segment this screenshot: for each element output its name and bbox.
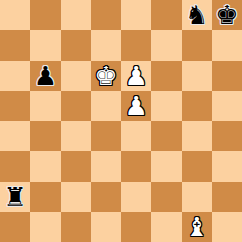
square-b8[interactable] (30, 0, 60, 30)
square-c4[interactable] (61, 121, 91, 151)
square-a1[interactable] (0, 212, 30, 242)
square-f5[interactable] (151, 91, 181, 121)
square-a7[interactable] (0, 30, 30, 60)
square-g7[interactable] (182, 30, 212, 60)
square-e3[interactable] (121, 151, 151, 181)
square-a3[interactable] (0, 151, 30, 181)
square-d6[interactable]: ♚ (91, 61, 121, 91)
square-b5[interactable] (30, 91, 60, 121)
piece-white-bishop[interactable]: ♝ (185, 214, 208, 240)
square-e8[interactable] (121, 0, 151, 30)
square-b2[interactable] (30, 182, 60, 212)
square-g5[interactable] (182, 91, 212, 121)
piece-black-knight[interactable]: ♞ (185, 2, 208, 28)
piece-white-king[interactable]: ♚ (94, 63, 117, 89)
square-b7[interactable] (30, 30, 60, 60)
square-h1[interactable] (212, 212, 242, 242)
square-a6[interactable] (0, 61, 30, 91)
square-h7[interactable] (212, 30, 242, 60)
square-g2[interactable] (182, 182, 212, 212)
square-f4[interactable] (151, 121, 181, 151)
square-b6[interactable]: ♟ (30, 61, 60, 91)
square-h4[interactable] (212, 121, 242, 151)
square-c7[interactable] (61, 30, 91, 60)
piece-white-pawn[interactable]: ♟ (124, 93, 147, 119)
square-f7[interactable] (151, 30, 181, 60)
square-g8[interactable]: ♞ (182, 0, 212, 30)
square-a4[interactable] (0, 121, 30, 151)
square-e4[interactable] (121, 121, 151, 151)
piece-black-rook[interactable]: ♜ (3, 184, 26, 210)
square-h3[interactable] (212, 151, 242, 181)
square-c6[interactable] (61, 61, 91, 91)
square-c8[interactable] (61, 0, 91, 30)
square-c3[interactable] (61, 151, 91, 181)
square-e1[interactable] (121, 212, 151, 242)
chess-board: ♞♚♟♚♟♟♜♝ (0, 0, 242, 242)
square-d7[interactable] (91, 30, 121, 60)
piece-white-pawn[interactable]: ♟ (124, 63, 147, 89)
square-h8[interactable]: ♚ (212, 0, 242, 30)
square-d2[interactable] (91, 182, 121, 212)
square-f1[interactable] (151, 212, 181, 242)
square-e2[interactable] (121, 182, 151, 212)
square-b4[interactable] (30, 121, 60, 151)
square-d5[interactable] (91, 91, 121, 121)
square-f6[interactable] (151, 61, 181, 91)
square-d8[interactable] (91, 0, 121, 30)
square-a2[interactable]: ♜ (0, 182, 30, 212)
square-b1[interactable] (30, 212, 60, 242)
square-h6[interactable] (212, 61, 242, 91)
square-f8[interactable] (151, 0, 181, 30)
square-f3[interactable] (151, 151, 181, 181)
square-b3[interactable] (30, 151, 60, 181)
square-g6[interactable] (182, 61, 212, 91)
square-d4[interactable] (91, 121, 121, 151)
square-g4[interactable] (182, 121, 212, 151)
square-g1[interactable]: ♝ (182, 212, 212, 242)
square-f2[interactable] (151, 182, 181, 212)
square-d1[interactable] (91, 212, 121, 242)
square-a5[interactable] (0, 91, 30, 121)
piece-black-pawn[interactable]: ♟ (34, 63, 57, 89)
square-e7[interactable] (121, 30, 151, 60)
square-c2[interactable] (61, 182, 91, 212)
square-c1[interactable] (61, 212, 91, 242)
square-h2[interactable] (212, 182, 242, 212)
square-c5[interactable] (61, 91, 91, 121)
piece-black-king[interactable]: ♚ (215, 2, 238, 28)
square-a8[interactable] (0, 0, 30, 30)
square-e5[interactable]: ♟ (121, 91, 151, 121)
square-d3[interactable] (91, 151, 121, 181)
square-g3[interactable] (182, 151, 212, 181)
square-h5[interactable] (212, 91, 242, 121)
square-e6[interactable]: ♟ (121, 61, 151, 91)
